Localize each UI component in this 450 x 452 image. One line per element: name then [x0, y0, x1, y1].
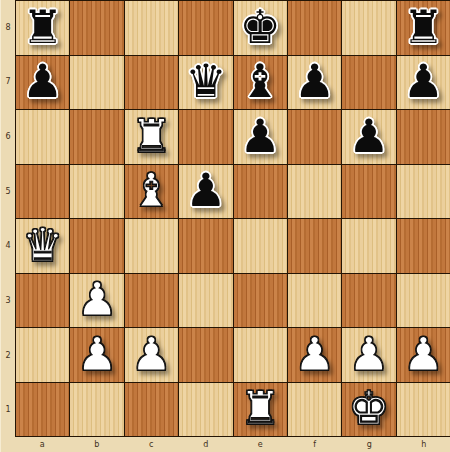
- square-c3[interactable]: [125, 274, 178, 328]
- rank-coordinates: 87654321: [1, 0, 15, 437]
- square-b5[interactable]: [70, 165, 123, 219]
- square-d1[interactable]: [179, 383, 232, 437]
- square-f7[interactable]: ♟: [288, 56, 341, 110]
- file-label-b: b: [70, 437, 125, 452]
- square-d5[interactable]: ♟: [179, 165, 232, 219]
- square-b8[interactable]: [70, 1, 123, 55]
- square-e4[interactable]: [234, 219, 287, 273]
- square-e2[interactable]: [234, 328, 287, 382]
- corner-spacer: [1, 437, 15, 452]
- rank-label-5: 5: [1, 164, 15, 219]
- rank-label-7: 7: [1, 55, 15, 110]
- square-b7[interactable]: [70, 56, 123, 110]
- square-d4[interactable]: [179, 219, 232, 273]
- file-label-e: e: [233, 437, 288, 452]
- square-g8[interactable]: [342, 1, 395, 55]
- square-b4[interactable]: [70, 219, 123, 273]
- square-a2[interactable]: [16, 328, 69, 382]
- piece-black-rook-h8[interactable]: ♜: [403, 4, 444, 50]
- square-b1[interactable]: [70, 383, 123, 437]
- square-f6[interactable]: [288, 110, 341, 164]
- square-a5[interactable]: [16, 165, 69, 219]
- piece-black-bishop-e7[interactable]: ♝: [240, 58, 281, 104]
- square-c6[interactable]: ♜: [125, 110, 178, 164]
- piece-white-king-g1[interactable]: ♚: [348, 385, 389, 431]
- square-f4[interactable]: [288, 219, 341, 273]
- piece-black-rook-a8[interactable]: ♜: [22, 4, 63, 50]
- chess-board: ♜♚♜♟♛♝♟♟♜♟♟♝♟♛♟♟♟♟♟♟♜♚: [15, 0, 450, 437]
- square-b3[interactable]: ♟: [70, 274, 123, 328]
- piece-white-pawn-c2[interactable]: ♟: [131, 331, 172, 377]
- rank-label-2: 2: [1, 328, 15, 383]
- rank-label-1: 1: [1, 382, 15, 437]
- square-d7[interactable]: ♛: [179, 56, 232, 110]
- piece-white-pawn-g2[interactable]: ♟: [348, 331, 389, 377]
- square-h5[interactable]: [397, 165, 450, 219]
- piece-white-pawn-b3[interactable]: ♟: [76, 276, 117, 322]
- piece-black-pawn-e6[interactable]: ♟: [240, 113, 281, 159]
- square-b6[interactable]: [70, 110, 123, 164]
- piece-black-pawn-g6[interactable]: ♟: [348, 113, 389, 159]
- file-label-c: c: [124, 437, 179, 452]
- file-label-d: d: [179, 437, 234, 452]
- square-h1[interactable]: [397, 383, 450, 437]
- piece-white-rook-c6[interactable]: ♜: [131, 113, 172, 159]
- square-d3[interactable]: [179, 274, 232, 328]
- square-g7[interactable]: [342, 56, 395, 110]
- chess-board-window: 87654321 ♜♚♜♟♛♝♟♟♜♟♟♝♟♛♟♟♟♟♟♟♜♚ abcdefgh: [0, 0, 450, 452]
- square-e7[interactable]: ♝: [234, 56, 287, 110]
- file-label-f: f: [288, 437, 343, 452]
- square-e8[interactable]: ♚: [234, 1, 287, 55]
- square-d6[interactable]: [179, 110, 232, 164]
- square-f5[interactable]: [288, 165, 341, 219]
- rank-label-6: 6: [1, 109, 15, 164]
- square-h4[interactable]: [397, 219, 450, 273]
- piece-black-king-e8[interactable]: ♚: [240, 4, 281, 50]
- piece-white-rook-e1[interactable]: ♜: [240, 385, 281, 431]
- square-a7[interactable]: ♟: [16, 56, 69, 110]
- piece-black-pawn-a7[interactable]: ♟: [22, 58, 63, 104]
- file-label-a: a: [15, 437, 70, 452]
- square-e6[interactable]: ♟: [234, 110, 287, 164]
- square-a3[interactable]: [16, 274, 69, 328]
- square-b2[interactable]: ♟: [70, 328, 123, 382]
- square-g2[interactable]: ♟: [342, 328, 395, 382]
- square-a4[interactable]: ♛: [16, 219, 69, 273]
- file-label-h: h: [397, 437, 450, 452]
- file-label-g: g: [342, 437, 397, 452]
- square-h3[interactable]: [397, 274, 450, 328]
- square-h8[interactable]: ♜: [397, 1, 450, 55]
- square-g3[interactable]: [342, 274, 395, 328]
- rank-label-3: 3: [1, 273, 15, 328]
- square-e5[interactable]: [234, 165, 287, 219]
- piece-white-pawn-b2[interactable]: ♟: [76, 331, 117, 377]
- square-f3[interactable]: [288, 274, 341, 328]
- piece-black-pawn-d5[interactable]: ♟: [185, 167, 226, 213]
- square-c8[interactable]: [125, 1, 178, 55]
- piece-black-queen-d7[interactable]: ♛: [185, 58, 226, 104]
- square-f8[interactable]: [288, 1, 341, 55]
- square-e3[interactable]: [234, 274, 287, 328]
- square-g1[interactable]: ♚: [342, 383, 395, 437]
- square-g4[interactable]: [342, 219, 395, 273]
- rank-label-8: 8: [1, 0, 15, 55]
- square-a8[interactable]: ♜: [16, 1, 69, 55]
- piece-white-bishop-c5[interactable]: ♝: [131, 167, 172, 213]
- piece-white-pawn-f2[interactable]: ♟: [294, 331, 335, 377]
- square-g6[interactable]: ♟: [342, 110, 395, 164]
- piece-black-pawn-h7[interactable]: ♟: [403, 58, 444, 104]
- square-a6[interactable]: [16, 110, 69, 164]
- square-c4[interactable]: [125, 219, 178, 273]
- square-c1[interactable]: [125, 383, 178, 437]
- piece-black-pawn-f7[interactable]: ♟: [294, 58, 335, 104]
- square-a1[interactable]: [16, 383, 69, 437]
- square-h6[interactable]: [397, 110, 450, 164]
- square-h2[interactable]: ♟: [397, 328, 450, 382]
- piece-white-queen-a4[interactable]: ♛: [22, 222, 63, 268]
- square-d2[interactable]: [179, 328, 232, 382]
- square-f1[interactable]: [288, 383, 341, 437]
- square-c2[interactable]: ♟: [125, 328, 178, 382]
- square-h7[interactable]: ♟: [397, 56, 450, 110]
- rank-label-4: 4: [1, 219, 15, 274]
- file-coordinates: abcdefgh: [15, 437, 450, 452]
- square-f2[interactable]: ♟: [288, 328, 341, 382]
- square-d8[interactable]: [179, 1, 232, 55]
- square-c5[interactable]: ♝: [125, 165, 178, 219]
- square-g5[interactable]: [342, 165, 395, 219]
- square-c7[interactable]: [125, 56, 178, 110]
- piece-white-pawn-h2[interactable]: ♟: [403, 331, 444, 377]
- square-e1[interactable]: ♜: [234, 383, 287, 437]
